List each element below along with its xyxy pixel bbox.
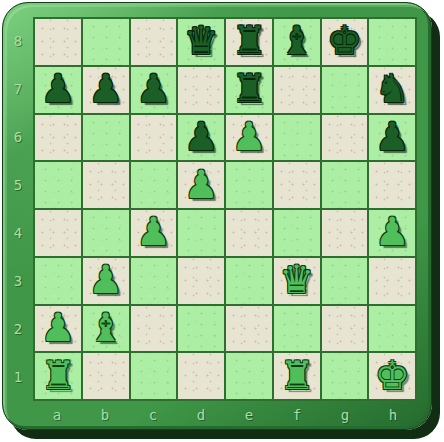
square-h7[interactable]: ♞ <box>369 67 415 113</box>
square-d6[interactable]: ♟ <box>178 115 224 161</box>
square-b6[interactable] <box>83 115 129 161</box>
square-c6[interactable] <box>131 115 177 161</box>
square-h2[interactable] <box>369 306 415 352</box>
piece-black-pawn[interactable]: ♟ <box>184 117 219 156</box>
square-c8[interactable] <box>131 19 177 65</box>
square-b4[interactable] <box>83 210 129 256</box>
square-d8[interactable]: ♛ <box>178 19 224 65</box>
square-e6[interactable]: ♟ <box>226 115 272 161</box>
piece-black-pawn[interactable]: ♟ <box>40 69 75 108</box>
square-c4[interactable]: ♟ <box>131 210 177 256</box>
square-f6[interactable] <box>274 115 320 161</box>
square-g7[interactable] <box>322 67 368 113</box>
square-b2[interactable]: ♝ <box>83 306 129 352</box>
piece-black-pawn[interactable]: ♟ <box>136 69 171 108</box>
piece-black-knight[interactable]: ♞ <box>375 69 410 108</box>
square-c3[interactable] <box>131 258 177 304</box>
rank-label-5: 5 <box>4 161 32 209</box>
rank-label-3: 3 <box>4 257 32 305</box>
file-label-h: h <box>369 402 417 428</box>
piece-white-pawn[interactable]: ♟ <box>136 212 171 251</box>
square-g8[interactable]: ♚ <box>322 19 368 65</box>
square-f8[interactable]: ♝ <box>274 19 320 65</box>
square-h4[interactable]: ♟ <box>369 210 415 256</box>
rank-label-8: 8 <box>4 17 32 65</box>
file-label-c: c <box>129 402 177 428</box>
square-c1[interactable] <box>131 353 177 399</box>
piece-white-pawn[interactable]: ♟ <box>184 165 219 204</box>
square-c5[interactable] <box>131 162 177 208</box>
square-d3[interactable] <box>178 258 224 304</box>
rank-label-2: 2 <box>4 305 32 353</box>
square-a7[interactable]: ♟ <box>35 67 81 113</box>
square-f4[interactable] <box>274 210 320 256</box>
square-g3[interactable] <box>322 258 368 304</box>
chess-board: ♛♜♝♚♟♟♟♜♞♟♟♟♟♟♟♟♛♟♝♜♜♚ <box>33 17 417 401</box>
square-d7[interactable] <box>178 67 224 113</box>
square-e5[interactable] <box>226 162 272 208</box>
chess-app-window: 87654321 abcdefgh ♛♜♝♚♟♟♟♜♞♟♟♟♟♟♟♟♛♟♝♜♜♚ <box>0 0 444 442</box>
square-d1[interactable] <box>178 353 224 399</box>
square-a5[interactable] <box>35 162 81 208</box>
piece-black-queen[interactable]: ♛ <box>184 21 219 60</box>
square-f1[interactable]: ♜ <box>274 353 320 399</box>
square-b5[interactable] <box>83 162 129 208</box>
piece-white-bishop[interactable]: ♝ <box>88 308 123 347</box>
rank-label-4: 4 <box>4 209 32 257</box>
piece-white-rook[interactable]: ♜ <box>40 356 75 395</box>
square-e3[interactable] <box>226 258 272 304</box>
square-d5[interactable]: ♟ <box>178 162 224 208</box>
square-d2[interactable] <box>178 306 224 352</box>
file-label-a: a <box>33 402 81 428</box>
piece-white-king[interactable]: ♚ <box>375 356 410 395</box>
square-e4[interactable] <box>226 210 272 256</box>
piece-white-queen[interactable]: ♛ <box>279 260 314 299</box>
file-label-b: b <box>81 402 129 428</box>
file-labels: abcdefgh <box>33 402 417 428</box>
file-label-d: d <box>177 402 225 428</box>
piece-black-rook[interactable]: ♜ <box>231 21 266 60</box>
piece-black-king[interactable]: ♚ <box>327 21 362 60</box>
square-f7[interactable] <box>274 67 320 113</box>
piece-black-rook[interactable]: ♜ <box>231 69 266 108</box>
piece-white-pawn[interactable]: ♟ <box>40 308 75 347</box>
square-f3[interactable]: ♛ <box>274 258 320 304</box>
square-e1[interactable] <box>226 353 272 399</box>
square-f2[interactable] <box>274 306 320 352</box>
square-b8[interactable] <box>83 19 129 65</box>
rank-label-6: 6 <box>4 113 32 161</box>
square-h1[interactable]: ♚ <box>369 353 415 399</box>
rank-labels: 87654321 <box>4 17 32 401</box>
square-g5[interactable] <box>322 162 368 208</box>
square-c2[interactable] <box>131 306 177 352</box>
square-a1[interactable]: ♜ <box>35 353 81 399</box>
square-b3[interactable]: ♟ <box>83 258 129 304</box>
square-h5[interactable] <box>369 162 415 208</box>
square-a2[interactable]: ♟ <box>35 306 81 352</box>
rank-label-1: 1 <box>4 353 32 401</box>
square-g1[interactable] <box>322 353 368 399</box>
square-e7[interactable]: ♜ <box>226 67 272 113</box>
file-label-e: e <box>225 402 273 428</box>
square-g2[interactable] <box>322 306 368 352</box>
piece-white-pawn[interactable]: ♟ <box>375 212 410 251</box>
square-g4[interactable] <box>322 210 368 256</box>
square-h3[interactable] <box>369 258 415 304</box>
square-d4[interactable] <box>178 210 224 256</box>
square-a8[interactable] <box>35 19 81 65</box>
square-e2[interactable] <box>226 306 272 352</box>
piece-white-rook[interactable]: ♜ <box>279 356 314 395</box>
square-h8[interactable] <box>369 19 415 65</box>
square-c7[interactable]: ♟ <box>131 67 177 113</box>
square-b7[interactable]: ♟ <box>83 67 129 113</box>
piece-black-pawn[interactable]: ♟ <box>375 117 410 156</box>
square-a6[interactable] <box>35 115 81 161</box>
square-e8[interactable]: ♜ <box>226 19 272 65</box>
piece-white-pawn[interactable]: ♟ <box>88 260 123 299</box>
square-a3[interactable] <box>35 258 81 304</box>
piece-black-pawn[interactable]: ♟ <box>88 69 123 108</box>
square-a4[interactable] <box>35 210 81 256</box>
square-b1[interactable] <box>83 353 129 399</box>
file-label-g: g <box>321 402 369 428</box>
piece-white-pawn[interactable]: ♟ <box>231 117 266 156</box>
square-g6[interactable] <box>322 115 368 161</box>
square-f5[interactable] <box>274 162 320 208</box>
rank-label-7: 7 <box>4 65 32 113</box>
square-h6[interactable]: ♟ <box>369 115 415 161</box>
piece-black-bishop[interactable]: ♝ <box>279 21 314 60</box>
file-label-f: f <box>273 402 321 428</box>
